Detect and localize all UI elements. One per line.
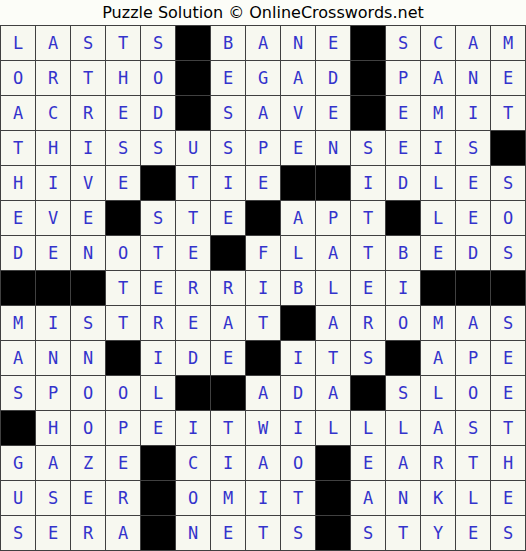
- letter-cell-r4c12: E: [386, 131, 421, 166]
- letter-cell-r1c8: A: [246, 26, 281, 61]
- letter-cell-r11c3: O: [71, 376, 106, 411]
- block-cell-r8c2: [36, 271, 71, 306]
- letter-cell-r9c10: A: [316, 306, 351, 341]
- letter-cell-r14c13: K: [421, 481, 456, 516]
- letter-cell-r8c12: I: [386, 271, 421, 306]
- block-cell-r4c15: [491, 131, 526, 166]
- letter-cell-r14c1: U: [1, 481, 36, 516]
- letter-cell-r11c8: A: [246, 376, 281, 411]
- letter-cell-r9c4: T: [106, 306, 141, 341]
- letter-cell-r4c6: U: [176, 131, 211, 166]
- letter-cell-r10c7: E: [211, 341, 246, 376]
- letter-cell-r2c7: E: [211, 61, 246, 96]
- block-cell-r10c12: [386, 341, 421, 376]
- letter-cell-r14c4: R: [106, 481, 141, 516]
- letter-cell-r5c4: E: [106, 166, 141, 201]
- page-title: Puzzle Solution © OnlineCrosswords.net: [0, 0, 526, 25]
- letter-cell-r10c15: E: [491, 341, 526, 376]
- letter-cell-r8c6: R: [176, 271, 211, 306]
- letter-cell-r12c14: S: [456, 411, 491, 446]
- crossword-grid: LASTSBANESCAMORTHOEGADPANEACREDSAVEEMITT…: [0, 25, 526, 551]
- letter-cell-r14c6: O: [176, 481, 211, 516]
- letter-cell-r4c7: S: [211, 131, 246, 166]
- letter-cell-r12c15: T: [491, 411, 526, 446]
- letter-cell-r7c10: A: [316, 236, 351, 271]
- letter-cell-r13c9: O: [281, 446, 316, 481]
- block-cell-r2c6: [176, 61, 211, 96]
- letter-cell-r8c5: E: [141, 271, 176, 306]
- letter-cell-r5c13: L: [421, 166, 456, 201]
- letter-cell-r5c3: V: [71, 166, 106, 201]
- letter-cell-r5c2: I: [36, 166, 71, 201]
- letter-cell-r1c12: S: [386, 26, 421, 61]
- letter-cell-r7c12: B: [386, 236, 421, 271]
- letter-cell-r9c6: E: [176, 306, 211, 341]
- puzzle-solution-page: Puzzle Solution © OnlineCrosswords.net L…: [0, 0, 526, 551]
- letter-cell-r10c3: N: [71, 341, 106, 376]
- letter-cell-r7c3: N: [71, 236, 106, 271]
- block-cell-r8c13: [421, 271, 456, 306]
- letter-cell-r15c3: R: [71, 516, 106, 551]
- letter-cell-r8c4: T: [106, 271, 141, 306]
- letter-cell-r5c8: E: [246, 166, 281, 201]
- letter-cell-r14c9: T: [281, 481, 316, 516]
- letter-cell-r13c6: C: [176, 446, 211, 481]
- letter-cell-r12c3: O: [71, 411, 106, 446]
- letter-cell-r4c13: I: [421, 131, 456, 166]
- letter-cell-r6c5: S: [141, 201, 176, 236]
- letter-cell-r9c13: M: [421, 306, 456, 341]
- letter-cell-r1c10: E: [316, 26, 351, 61]
- block-cell-r1c6: [176, 26, 211, 61]
- block-cell-r8c15: [491, 271, 526, 306]
- block-cell-r8c3: [71, 271, 106, 306]
- letter-cell-r13c15: H: [491, 446, 526, 481]
- letter-cell-r3c2: C: [36, 96, 71, 131]
- letter-cell-r13c1: G: [1, 446, 36, 481]
- letter-cell-r12c8: W: [246, 411, 281, 446]
- letter-cell-r6c13: L: [421, 201, 456, 236]
- letter-cell-r8c7: R: [211, 271, 246, 306]
- letter-cell-r11c1: S: [1, 376, 36, 411]
- letter-cell-r9c14: A: [456, 306, 491, 341]
- letter-cell-r6c2: V: [36, 201, 71, 236]
- letter-cell-r10c6: D: [176, 341, 211, 376]
- letter-cell-r9c15: S: [491, 306, 526, 341]
- letter-cell-r14c12: N: [386, 481, 421, 516]
- letter-cell-r5c14: E: [456, 166, 491, 201]
- letter-cell-r15c1: S: [1, 516, 36, 551]
- letter-cell-r3c12: E: [386, 96, 421, 131]
- letter-cell-r7c8: F: [246, 236, 281, 271]
- letter-cell-r6c10: P: [316, 201, 351, 236]
- letter-cell-r1c3: S: [71, 26, 106, 61]
- letter-cell-r2c13: A: [421, 61, 456, 96]
- letter-cell-r6c15: O: [491, 201, 526, 236]
- block-cell-r5c10: [316, 166, 351, 201]
- letter-cell-r6c1: E: [1, 201, 36, 236]
- letter-cell-r1c9: N: [281, 26, 316, 61]
- letter-cell-r5c1: H: [1, 166, 36, 201]
- letter-cell-r13c4: E: [106, 446, 141, 481]
- letter-cell-r5c6: T: [176, 166, 211, 201]
- letter-cell-r3c5: D: [141, 96, 176, 131]
- block-cell-r8c1: [1, 271, 36, 306]
- letter-cell-r1c4: T: [106, 26, 141, 61]
- letter-cell-r8c11: E: [351, 271, 386, 306]
- letter-cell-r14c2: S: [36, 481, 71, 516]
- letter-cell-r10c1: A: [1, 341, 36, 376]
- letter-cell-r3c3: R: [71, 96, 106, 131]
- letter-cell-r7c6: E: [176, 236, 211, 271]
- letter-cell-r6c3: E: [71, 201, 106, 236]
- letter-cell-r4c8: P: [246, 131, 281, 166]
- letter-cell-r1c2: A: [36, 26, 71, 61]
- letter-cell-r4c11: S: [351, 131, 386, 166]
- letter-cell-r2c9: A: [281, 61, 316, 96]
- letter-cell-r14c14: L: [456, 481, 491, 516]
- letter-cell-r10c14: P: [456, 341, 491, 376]
- block-cell-r6c4: [106, 201, 141, 236]
- letter-cell-r5c15: S: [491, 166, 526, 201]
- letter-cell-r9c11: R: [351, 306, 386, 341]
- letter-cell-r11c5: L: [141, 376, 176, 411]
- letter-cell-r5c11: I: [351, 166, 386, 201]
- letter-cell-r12c10: L: [316, 411, 351, 446]
- letter-cell-r11c12: S: [386, 376, 421, 411]
- letter-cell-r14c8: I: [246, 481, 281, 516]
- letter-cell-r3c1: A: [1, 96, 36, 131]
- letter-cell-r7c11: T: [351, 236, 386, 271]
- letter-cell-r8c10: L: [316, 271, 351, 306]
- block-cell-r5c5: [141, 166, 176, 201]
- block-cell-r5c9: [281, 166, 316, 201]
- letter-cell-r11c4: O: [106, 376, 141, 411]
- letter-cell-r4c9: E: [281, 131, 316, 166]
- letter-cell-r13c7: I: [211, 446, 246, 481]
- letter-cell-r7c14: D: [456, 236, 491, 271]
- letter-cell-r2c15: E: [491, 61, 526, 96]
- letter-cell-r11c9: D: [281, 376, 316, 411]
- letter-cell-r12c13: A: [421, 411, 456, 446]
- letter-cell-r3c9: V: [281, 96, 316, 131]
- letter-cell-r10c2: N: [36, 341, 71, 376]
- letter-cell-r12c2: H: [36, 411, 71, 446]
- letter-cell-r15c6: N: [176, 516, 211, 551]
- letter-cell-r10c13: A: [421, 341, 456, 376]
- block-cell-r3c6: [176, 96, 211, 131]
- block-cell-r12c1: [1, 411, 36, 446]
- letter-cell-r11c10: A: [316, 376, 351, 411]
- letter-cell-r2c5: O: [141, 61, 176, 96]
- letter-cell-r5c7: I: [211, 166, 246, 201]
- block-cell-r3c11: [351, 96, 386, 131]
- block-cell-r9c9: [281, 306, 316, 341]
- block-cell-r14c10: [316, 481, 351, 516]
- letter-cell-r6c6: T: [176, 201, 211, 236]
- letter-cell-r2c1: O: [1, 61, 36, 96]
- block-cell-r14c5: [141, 481, 176, 516]
- letter-cell-r15c7: E: [211, 516, 246, 551]
- letter-cell-r6c9: A: [281, 201, 316, 236]
- block-cell-r11c6: [176, 376, 211, 411]
- letter-cell-r13c8: A: [246, 446, 281, 481]
- block-cell-r1c11: [351, 26, 386, 61]
- letter-cell-r4c10: N: [316, 131, 351, 166]
- letter-cell-r13c14: T: [456, 446, 491, 481]
- letter-cell-r12c9: I: [281, 411, 316, 446]
- letter-cell-r2c14: N: [456, 61, 491, 96]
- letter-cell-r10c11: S: [351, 341, 386, 376]
- block-cell-r10c8: [246, 341, 281, 376]
- letter-cell-r2c4: H: [106, 61, 141, 96]
- letter-cell-r1c5: S: [141, 26, 176, 61]
- letter-cell-r12c11: L: [351, 411, 386, 446]
- letter-cell-r13c2: A: [36, 446, 71, 481]
- letter-cell-r8c8: I: [246, 271, 281, 306]
- letter-cell-r1c13: C: [421, 26, 456, 61]
- letter-cell-r9c7: A: [211, 306, 246, 341]
- letter-cell-r9c5: R: [141, 306, 176, 341]
- letter-cell-r15c15: S: [491, 516, 526, 551]
- letter-cell-r15c4: A: [106, 516, 141, 551]
- letter-cell-r12c5: E: [141, 411, 176, 446]
- block-cell-r6c12: [386, 201, 421, 236]
- letter-cell-r7c13: E: [421, 236, 456, 271]
- block-cell-r7c7: [211, 236, 246, 271]
- letter-cell-r10c9: I: [281, 341, 316, 376]
- letter-cell-r13c13: R: [421, 446, 456, 481]
- letter-cell-r8c9: B: [281, 271, 316, 306]
- letter-cell-r14c3: E: [71, 481, 106, 516]
- letter-cell-r12c6: I: [176, 411, 211, 446]
- letter-cell-r6c11: T: [351, 201, 386, 236]
- letter-cell-r3c10: E: [316, 96, 351, 131]
- letter-cell-r4c1: T: [1, 131, 36, 166]
- letter-cell-r15c8: T: [246, 516, 281, 551]
- letter-cell-r3c8: A: [246, 96, 281, 131]
- letter-cell-r7c5: T: [141, 236, 176, 271]
- letter-cell-r11c14: O: [456, 376, 491, 411]
- letter-cell-r7c15: S: [491, 236, 526, 271]
- letter-cell-r7c4: O: [106, 236, 141, 271]
- letter-cell-r10c5: I: [141, 341, 176, 376]
- block-cell-r13c10: [316, 446, 351, 481]
- block-cell-r2c11: [351, 61, 386, 96]
- block-cell-r10c4: [106, 341, 141, 376]
- letter-cell-r3c7: S: [211, 96, 246, 131]
- letter-cell-r9c12: O: [386, 306, 421, 341]
- letter-cell-r1c15: M: [491, 26, 526, 61]
- letter-cell-r1c14: A: [456, 26, 491, 61]
- letter-cell-r1c7: B: [211, 26, 246, 61]
- block-cell-r15c5: [141, 516, 176, 551]
- letter-cell-r15c9: S: [281, 516, 316, 551]
- letter-cell-r3c15: T: [491, 96, 526, 131]
- letter-cell-r11c13: L: [421, 376, 456, 411]
- letter-cell-r15c13: Y: [421, 516, 456, 551]
- letter-cell-r10c10: T: [316, 341, 351, 376]
- letter-cell-r15c12: T: [386, 516, 421, 551]
- letter-cell-r4c14: S: [456, 131, 491, 166]
- letter-cell-r7c1: D: [1, 236, 36, 271]
- letter-cell-r13c3: Z: [71, 446, 106, 481]
- letter-cell-r2c10: D: [316, 61, 351, 96]
- letter-cell-r4c4: S: [106, 131, 141, 166]
- letter-cell-r2c8: G: [246, 61, 281, 96]
- letter-cell-r12c7: T: [211, 411, 246, 446]
- letter-cell-r13c11: E: [351, 446, 386, 481]
- letter-cell-r15c11: S: [351, 516, 386, 551]
- letter-cell-r9c2: I: [36, 306, 71, 341]
- letter-cell-r2c12: P: [386, 61, 421, 96]
- letter-cell-r9c8: T: [246, 306, 281, 341]
- block-cell-r13c5: [141, 446, 176, 481]
- block-cell-r8c14: [456, 271, 491, 306]
- letter-cell-r11c15: E: [491, 376, 526, 411]
- letter-cell-r12c4: P: [106, 411, 141, 446]
- letter-cell-r6c7: E: [211, 201, 246, 236]
- letter-cell-r5c12: D: [386, 166, 421, 201]
- letter-cell-r3c4: E: [106, 96, 141, 131]
- letter-cell-r9c3: S: [71, 306, 106, 341]
- letter-cell-r12c12: L: [386, 411, 421, 446]
- letter-cell-r13c12: A: [386, 446, 421, 481]
- letter-cell-r3c14: I: [456, 96, 491, 131]
- block-cell-r11c7: [211, 376, 246, 411]
- letter-cell-r15c2: E: [36, 516, 71, 551]
- block-cell-r15c10: [316, 516, 351, 551]
- letter-cell-r6c14: E: [456, 201, 491, 236]
- letter-cell-r4c2: H: [36, 131, 71, 166]
- letter-cell-r3c13: M: [421, 96, 456, 131]
- letter-cell-r4c3: I: [71, 131, 106, 166]
- letter-cell-r14c7: M: [211, 481, 246, 516]
- block-cell-r11c11: [351, 376, 386, 411]
- letter-cell-r11c2: P: [36, 376, 71, 411]
- letter-cell-r9c1: M: [1, 306, 36, 341]
- letter-cell-r2c2: R: [36, 61, 71, 96]
- letter-cell-r7c2: E: [36, 236, 71, 271]
- block-cell-r6c8: [246, 201, 281, 236]
- letter-cell-r14c11: A: [351, 481, 386, 516]
- letter-cell-r2c3: T: [71, 61, 106, 96]
- letter-cell-r4c5: S: [141, 131, 176, 166]
- letter-cell-r14c15: E: [491, 481, 526, 516]
- letter-cell-r15c14: E: [456, 516, 491, 551]
- letter-cell-r7c9: L: [281, 236, 316, 271]
- letter-cell-r1c1: L: [1, 26, 36, 61]
